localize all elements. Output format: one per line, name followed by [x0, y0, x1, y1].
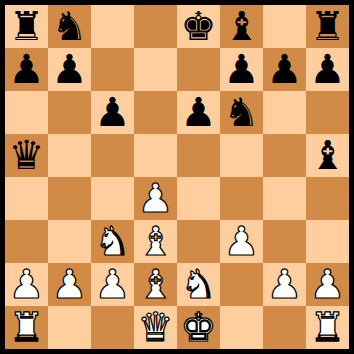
chess-board: ♜♞♚♝♜♟♟♟♟♟♟♟♞♛♝♟♞♝♟♟♟♟♝♞♟♟♜♛♚♜ — [5, 5, 349, 349]
square-c7[interactable] — [91, 48, 134, 91]
square-f3[interactable]: ♟ — [220, 220, 263, 263]
piece-black-knight[interactable]: ♞ — [224, 92, 260, 132]
piece-black-pawn[interactable]: ♟ — [52, 49, 88, 89]
piece-white-pawn[interactable]: ♟ — [52, 264, 88, 304]
square-h8[interactable]: ♜ — [306, 5, 349, 48]
piece-white-pawn[interactable]: ♟ — [224, 221, 260, 261]
square-g6[interactable] — [263, 91, 306, 134]
piece-black-bishop[interactable]: ♝ — [224, 6, 260, 46]
square-h5[interactable]: ♝ — [306, 134, 349, 177]
square-e2[interactable]: ♞ — [177, 263, 220, 306]
square-g5[interactable] — [263, 134, 306, 177]
piece-white-knight[interactable]: ♞ — [181, 264, 217, 304]
square-a2[interactable]: ♟ — [5, 263, 48, 306]
piece-white-rook[interactable]: ♜ — [310, 307, 346, 347]
square-d4[interactable]: ♟ — [134, 177, 177, 220]
square-b8[interactable]: ♞ — [48, 5, 91, 48]
square-a8[interactable]: ♜ — [5, 5, 48, 48]
square-a3[interactable] — [5, 220, 48, 263]
square-g3[interactable] — [263, 220, 306, 263]
piece-black-pawn[interactable]: ♟ — [181, 92, 217, 132]
piece-white-king[interactable]: ♚ — [181, 307, 217, 347]
piece-white-knight[interactable]: ♞ — [95, 221, 131, 261]
piece-white-pawn[interactable]: ♟ — [267, 264, 303, 304]
piece-black-pawn[interactable]: ♟ — [9, 49, 45, 89]
square-c5[interactable] — [91, 134, 134, 177]
piece-black-queen[interactable]: ♛ — [9, 135, 45, 175]
piece-white-bishop[interactable]: ♝ — [138, 264, 174, 304]
square-g7[interactable]: ♟ — [263, 48, 306, 91]
square-e7[interactable] — [177, 48, 220, 91]
board-frame: ♜♞♚♝♜♟♟♟♟♟♟♟♞♛♝♟♞♝♟♟♟♟♝♞♟♟♜♛♚♜ — [0, 0, 354, 354]
square-f7[interactable]: ♟ — [220, 48, 263, 91]
piece-black-pawn[interactable]: ♟ — [267, 49, 303, 89]
square-c3[interactable]: ♞ — [91, 220, 134, 263]
square-f2[interactable] — [220, 263, 263, 306]
square-c1[interactable] — [91, 306, 134, 349]
piece-black-rook[interactable]: ♜ — [310, 6, 346, 46]
square-g1[interactable] — [263, 306, 306, 349]
square-h4[interactable] — [306, 177, 349, 220]
piece-white-pawn[interactable]: ♟ — [310, 264, 346, 304]
square-f8[interactable]: ♝ — [220, 5, 263, 48]
square-d5[interactable] — [134, 134, 177, 177]
square-c4[interactable] — [91, 177, 134, 220]
square-b4[interactable] — [48, 177, 91, 220]
square-d8[interactable] — [134, 5, 177, 48]
piece-black-king[interactable]: ♚ — [181, 6, 217, 46]
square-e6[interactable]: ♟ — [177, 91, 220, 134]
square-e8[interactable]: ♚ — [177, 5, 220, 48]
square-h1[interactable]: ♜ — [306, 306, 349, 349]
square-d7[interactable] — [134, 48, 177, 91]
piece-black-pawn[interactable]: ♟ — [95, 92, 131, 132]
square-f5[interactable] — [220, 134, 263, 177]
square-d6[interactable] — [134, 91, 177, 134]
square-b3[interactable] — [48, 220, 91, 263]
square-d2[interactable]: ♝ — [134, 263, 177, 306]
square-b5[interactable] — [48, 134, 91, 177]
square-b2[interactable]: ♟ — [48, 263, 91, 306]
square-h7[interactable]: ♟ — [306, 48, 349, 91]
piece-white-rook[interactable]: ♜ — [9, 307, 45, 347]
square-c8[interactable] — [91, 5, 134, 48]
square-h2[interactable]: ♟ — [306, 263, 349, 306]
piece-black-knight[interactable]: ♞ — [52, 6, 88, 46]
square-a6[interactable] — [5, 91, 48, 134]
piece-black-rook[interactable]: ♜ — [9, 6, 45, 46]
piece-black-pawn[interactable]: ♟ — [224, 49, 260, 89]
square-e4[interactable] — [177, 177, 220, 220]
piece-white-queen[interactable]: ♛ — [138, 307, 174, 347]
square-f6[interactable]: ♞ — [220, 91, 263, 134]
square-b7[interactable]: ♟ — [48, 48, 91, 91]
square-a4[interactable] — [5, 177, 48, 220]
square-c2[interactable]: ♟ — [91, 263, 134, 306]
square-d3[interactable]: ♝ — [134, 220, 177, 263]
square-g2[interactable]: ♟ — [263, 263, 306, 306]
square-a5[interactable]: ♛ — [5, 134, 48, 177]
square-b1[interactable] — [48, 306, 91, 349]
square-a1[interactable]: ♜ — [5, 306, 48, 349]
square-e1[interactable]: ♚ — [177, 306, 220, 349]
square-c6[interactable]: ♟ — [91, 91, 134, 134]
square-e5[interactable] — [177, 134, 220, 177]
square-d1[interactable]: ♛ — [134, 306, 177, 349]
piece-white-bishop[interactable]: ♝ — [138, 221, 174, 261]
square-f1[interactable] — [220, 306, 263, 349]
square-g4[interactable] — [263, 177, 306, 220]
square-e3[interactable] — [177, 220, 220, 263]
piece-black-bishop[interactable]: ♝ — [310, 135, 346, 175]
piece-white-pawn[interactable]: ♟ — [9, 264, 45, 304]
square-b6[interactable] — [48, 91, 91, 134]
square-g8[interactable] — [263, 5, 306, 48]
piece-black-pawn[interactable]: ♟ — [310, 49, 346, 89]
piece-white-pawn[interactable]: ♟ — [95, 264, 131, 304]
square-f4[interactable] — [220, 177, 263, 220]
piece-white-pawn[interactable]: ♟ — [138, 178, 174, 218]
square-h3[interactable] — [306, 220, 349, 263]
square-a7[interactable]: ♟ — [5, 48, 48, 91]
square-h6[interactable] — [306, 91, 349, 134]
